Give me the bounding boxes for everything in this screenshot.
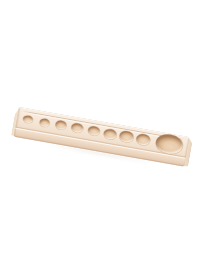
pit-1[interactable] — [23, 115, 34, 124]
pit-3[interactable] — [55, 120, 67, 130]
pit-2[interactable] — [39, 117, 51, 127]
pit-4[interactable] — [71, 123, 84, 134]
pit-5[interactable] — [87, 125, 101, 137]
pit-7[interactable] — [119, 130, 134, 143]
pit-6[interactable] — [103, 128, 118, 140]
pit-8[interactable] — [135, 133, 151, 146]
mancala-board — [13, 107, 189, 169]
product-photo-canvas — [0, 0, 200, 280]
